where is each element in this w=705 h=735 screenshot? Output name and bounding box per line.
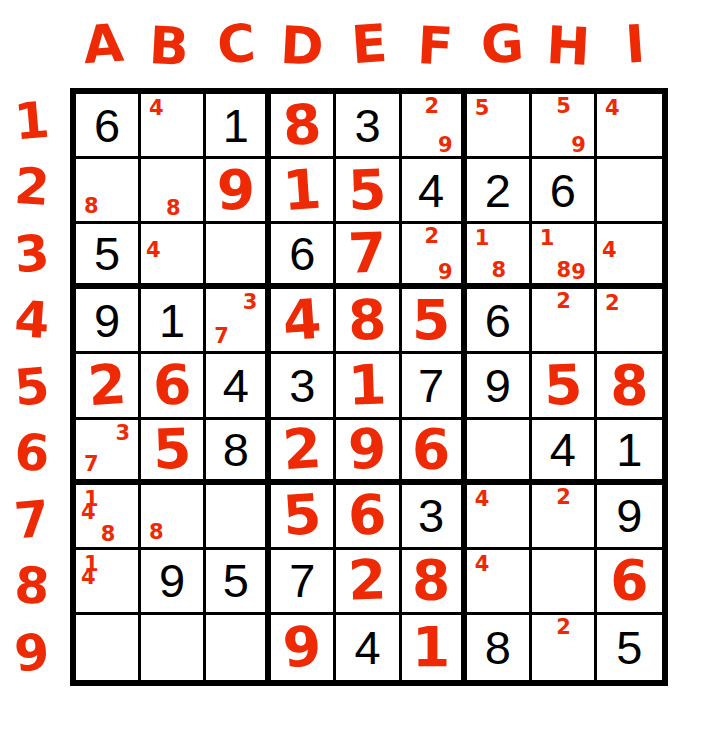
cell-A7[interactable]: 148 — [76, 485, 141, 550]
cell-D3[interactable]: 6 — [271, 224, 336, 289]
cell-F5[interactable]: 7 — [402, 354, 467, 419]
cell-B2[interactable]: 8 — [141, 159, 206, 224]
cell-value: 5 — [543, 357, 583, 413]
cell-value: 1 — [347, 357, 387, 413]
pencil-mark: 4 — [81, 567, 96, 588]
cell-E5[interactable]: 1 — [336, 354, 401, 419]
cell-value: 5 — [347, 162, 387, 218]
cell-B9[interactable] — [141, 615, 206, 680]
pencil-mark: 3 — [243, 292, 258, 313]
cell-I9[interactable]: 5 — [597, 615, 662, 680]
cell-A6[interactable]: 37 — [76, 420, 141, 485]
cell-E2[interactable]: 5 — [336, 159, 401, 224]
cell-value: 6 — [289, 230, 315, 277]
pencil-mark: 8 — [166, 198, 181, 219]
cell-D4[interactable]: 4 — [271, 289, 336, 354]
cell-H4[interactable]: 2 — [532, 289, 597, 354]
cell-I7[interactable]: 9 — [597, 485, 662, 550]
cell-value: 7 — [289, 557, 315, 604]
cell-I8[interactable]: 6 — [597, 550, 662, 615]
cell-value: 9 — [347, 421, 387, 477]
pencil-mark: 4 — [146, 240, 161, 261]
cell-value: 4 — [354, 624, 380, 671]
cell-value: 1 — [616, 426, 642, 473]
cell-A1[interactable]: 6 — [76, 94, 141, 159]
cell-C8[interactable]: 5 — [206, 550, 271, 615]
cell-F1[interactable]: 29 — [402, 94, 467, 159]
cell-E6[interactable]: 9 — [336, 420, 401, 485]
cell-value: 6 — [610, 553, 648, 608]
cell-value: 3 — [354, 102, 380, 149]
cell-B6[interactable]: 5 — [141, 420, 206, 485]
col-label-D: D — [267, 8, 337, 83]
pencil-mark: 8 — [101, 524, 116, 545]
cell-value: 6 — [412, 422, 450, 477]
cell-value: 2 — [347, 553, 387, 609]
cell-value: 1 — [159, 297, 185, 344]
cell-I6[interactable]: 1 — [597, 420, 662, 485]
pencil-mark: 7 — [214, 326, 229, 347]
col-label-G: G — [466, 6, 537, 82]
cell-I2[interactable] — [597, 159, 662, 224]
cell-B4[interactable]: 1 — [141, 289, 206, 354]
cell-G3[interactable]: 18 — [467, 224, 532, 289]
cell-value: 4 — [550, 426, 576, 473]
cell-D6[interactable]: 2 — [271, 420, 336, 485]
cell-value: 8 — [412, 553, 450, 608]
cell-value: 2 — [281, 420, 323, 478]
cell-F7[interactable]: 3 — [402, 485, 467, 550]
cell-B7[interactable]: 8 — [141, 485, 206, 550]
cell-F9[interactable]: 1 — [402, 615, 467, 680]
cell-A2[interactable]: 8 — [76, 159, 141, 224]
pencil-mark: 1 — [475, 228, 490, 249]
cell-D5[interactable]: 3 — [271, 354, 336, 419]
cell-B8[interactable]: 9 — [141, 550, 206, 615]
row-label-5: 5 — [0, 351, 67, 423]
cell-value: 4 — [223, 362, 249, 409]
cell-value: 5 — [94, 230, 120, 277]
cell-value: 5 — [281, 487, 323, 545]
cell-E1[interactable]: 3 — [336, 94, 401, 159]
pencil-mark: 5 — [475, 98, 490, 119]
cell-value: 2 — [86, 357, 128, 415]
cell-G7[interactable]: 4 — [467, 485, 532, 550]
cell-G6[interactable] — [467, 420, 532, 485]
row-label-4: 4 — [0, 285, 66, 356]
cell-value: 3 — [289, 362, 315, 409]
col-label-E: E — [333, 6, 404, 82]
cell-value: 9 — [281, 619, 323, 677]
cell-value: 9 — [159, 557, 185, 604]
pencil-mark: 2 — [425, 96, 440, 117]
column-headers: ABCDEFGHI — [70, 8, 668, 80]
cell-value: 9 — [217, 163, 255, 218]
cell-G4[interactable]: 6 — [467, 289, 532, 354]
cell-I1[interactable]: 4 — [597, 94, 662, 159]
pencil-mark: 2 — [556, 487, 571, 508]
cell-D9[interactable]: 9 — [271, 615, 336, 680]
col-label-A: A — [68, 6, 139, 82]
cell-value: 5 — [412, 293, 450, 348]
cell-value: 3 — [418, 492, 444, 539]
cell-B3[interactable]: 4 — [141, 224, 206, 289]
pencil-mark: 2 — [605, 293, 620, 314]
cell-value: 5 — [152, 421, 192, 477]
cell-C9[interactable] — [206, 615, 271, 680]
cell-B1[interactable]: 4 — [141, 94, 206, 159]
cell-A8[interactable]: 14 — [76, 550, 141, 615]
pencil-mark: 8 — [492, 260, 507, 281]
pencil-mark: 3 — [115, 423, 130, 444]
cell-A9[interactable] — [76, 615, 141, 680]
cell-C4[interactable]: 37 — [206, 289, 271, 354]
cell-A4[interactable]: 9 — [76, 289, 141, 354]
cell-F2[interactable]: 4 — [402, 159, 467, 224]
cell-C7[interactable] — [206, 485, 271, 550]
cell-value: 1 — [223, 102, 249, 149]
cell-value: 5 — [616, 624, 642, 671]
row-labels: 123456789 — [0, 88, 64, 686]
pencil-mark: 2 — [425, 226, 440, 247]
cell-D1[interactable]: 8 — [271, 94, 336, 159]
cell-value: 4 — [418, 167, 444, 214]
pencil-mark: 5 — [556, 96, 571, 117]
cell-H8[interactable] — [532, 550, 597, 615]
row-label-1: 1 — [0, 85, 67, 157]
cell-G9[interactable]: 8 — [467, 615, 532, 680]
cell-I4[interactable]: 2 — [597, 289, 662, 354]
cell-D7[interactable]: 5 — [271, 485, 336, 550]
sudoku-board: 6418329559488915426546729181894913748562… — [70, 88, 668, 686]
row-label-8: 8 — [0, 551, 66, 622]
cell-C1[interactable]: 1 — [206, 94, 271, 159]
cell-F4[interactable]: 5 — [402, 289, 467, 354]
row-label-7: 7 — [0, 484, 67, 556]
pencil-mark: 2 — [556, 617, 571, 638]
pencil-mark: 9 — [438, 262, 453, 283]
cell-E8[interactable]: 2 — [336, 550, 401, 615]
col-label-I: I — [599, 6, 670, 82]
row-label-9: 9 — [0, 617, 67, 689]
row-label-3: 3 — [0, 218, 67, 290]
cell-value: 6 — [347, 488, 387, 544]
pencil-mark: 8 — [84, 196, 99, 217]
col-label-H: H — [533, 8, 603, 83]
cell-value: 1 — [412, 620, 450, 675]
pencil-mark: 9 — [438, 135, 453, 156]
cell-D2[interactable]: 1 — [271, 159, 336, 224]
pencil-mark: 4 — [602, 240, 617, 261]
col-label-F: F — [400, 8, 470, 83]
cell-G1[interactable]: 5 — [467, 94, 532, 159]
cell-F3[interactable]: 29 — [402, 224, 467, 289]
cell-G8[interactable]: 4 — [467, 550, 532, 615]
cell-H1[interactable]: 59 — [532, 94, 597, 159]
cell-value: 6 — [152, 357, 192, 413]
pencil-mark: 4 — [605, 98, 620, 119]
pencil-mark: 8 — [149, 522, 164, 543]
pencil-mark: 4 — [475, 489, 490, 510]
col-label-B: B — [134, 8, 204, 83]
cell-value: 8 — [610, 358, 648, 413]
pencil-mark: 4 — [81, 502, 96, 523]
cell-A5[interactable]: 2 — [76, 354, 141, 419]
pencil-mark: 4 — [149, 98, 164, 119]
cell-B5[interactable]: 6 — [141, 354, 206, 419]
cell-value: 5 — [223, 557, 249, 604]
cell-value: 8 — [485, 624, 511, 671]
cell-C5[interactable]: 4 — [206, 354, 271, 419]
cell-value: 6 — [94, 102, 120, 149]
cell-value: 6 — [550, 167, 576, 214]
sudoku-page: ABCDEFGHI 123456789 64183295594889154265… — [0, 0, 705, 735]
cell-value: 7 — [347, 226, 387, 282]
pencil-mark: 1 — [540, 228, 555, 249]
cell-G5[interactable]: 9 — [467, 354, 532, 419]
cell-H3[interactable]: 189 — [532, 224, 597, 289]
cell-F6[interactable]: 6 — [402, 420, 467, 485]
cell-H7[interactable]: 2 — [532, 485, 597, 550]
cell-E7[interactable]: 6 — [336, 485, 401, 550]
cell-value: 9 — [485, 362, 511, 409]
cell-value: 8 — [281, 96, 323, 154]
cell-I5[interactable]: 8 — [597, 354, 662, 419]
cell-H9[interactable]: 2 — [532, 615, 597, 680]
cell-F8[interactable]: 8 — [402, 550, 467, 615]
row-label-6: 6 — [0, 418, 66, 489]
pencil-mark: 9 — [571, 262, 586, 283]
pencil-mark: 4 — [475, 554, 490, 575]
cell-value: 9 — [94, 297, 120, 344]
cell-H2[interactable]: 6 — [532, 159, 597, 224]
cell-value: 8 — [347, 292, 387, 348]
cell-H6[interactable]: 4 — [532, 420, 597, 485]
cell-C2[interactable]: 9 — [206, 159, 271, 224]
cell-E9[interactable]: 4 — [336, 615, 401, 680]
cell-C3[interactable] — [206, 224, 271, 289]
cell-H5[interactable]: 5 — [532, 354, 597, 419]
cell-I3[interactable]: 4 — [597, 224, 662, 289]
row-label-2: 2 — [0, 152, 66, 223]
cell-value: 9 — [616, 492, 642, 539]
cell-E3[interactable]: 7 — [336, 224, 401, 289]
cell-G2[interactable]: 2 — [467, 159, 532, 224]
pencil-mark: 9 — [571, 135, 586, 156]
pencil-mark: 2 — [556, 291, 571, 312]
cell-C6[interactable]: 8 — [206, 420, 271, 485]
pencil-mark: 8 — [557, 260, 572, 281]
col-label-C: C — [200, 6, 271, 82]
cell-A3[interactable]: 5 — [76, 224, 141, 289]
cell-value: 6 — [485, 297, 511, 344]
pencil-mark: 7 — [84, 454, 99, 475]
cell-D8[interactable]: 7 — [271, 550, 336, 615]
cell-E4[interactable]: 8 — [336, 289, 401, 354]
cell-value: 4 — [281, 292, 323, 350]
cell-value: 7 — [418, 362, 444, 409]
cell-value: 8 — [223, 426, 249, 473]
cell-value: 1 — [281, 161, 323, 219]
cell-value: 2 — [485, 167, 511, 214]
